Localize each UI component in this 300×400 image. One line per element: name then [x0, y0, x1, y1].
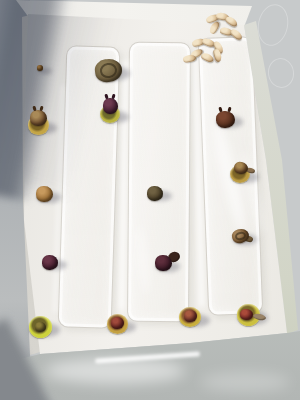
snail-shell	[111, 317, 124, 329]
snail-shell-spiral	[98, 61, 117, 78]
snail-shell	[155, 255, 172, 271]
snail-race-tray-scene	[0, 0, 300, 400]
snail-shell	[35, 322, 46, 332]
snail-shell	[30, 110, 47, 126]
snail-shell	[42, 255, 58, 270]
snail-shell	[240, 309, 253, 320]
snail-horn	[227, 106, 231, 112]
pieces-layer	[0, 0, 300, 400]
snail-shell	[103, 98, 118, 114]
snail-shell	[36, 186, 53, 202]
snail-horn	[39, 106, 43, 112]
snail-horn	[111, 94, 115, 100]
snail-horn	[32, 106, 36, 112]
snail-shell	[37, 65, 43, 71]
snail-shell	[147, 186, 163, 201]
snail-shell	[184, 310, 197, 322]
snail-horn	[218, 106, 222, 112]
snail-shell	[216, 111, 235, 128]
snail-shell-spiral	[234, 230, 247, 241]
snail-horn	[104, 94, 108, 100]
